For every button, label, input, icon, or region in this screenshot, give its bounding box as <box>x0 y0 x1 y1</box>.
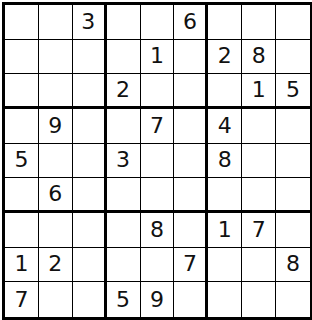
cell-r4c7[interactable]: 4 <box>208 109 242 144</box>
cell-r1c9[interactable] <box>276 5 310 40</box>
cell-r7c1[interactable] <box>5 213 39 248</box>
cell-r7c4[interactable] <box>107 213 141 248</box>
cell-r2c9[interactable] <box>276 40 310 75</box>
cell-r3c7[interactable] <box>208 74 242 109</box>
cell-r9c7[interactable] <box>208 282 242 317</box>
cell-r3c8[interactable]: 1 <box>242 74 276 109</box>
cell-r9c6[interactable] <box>174 282 208 317</box>
cell-r7c7[interactable]: 1 <box>208 213 242 248</box>
cell-r8c4[interactable] <box>107 248 141 283</box>
cell-r9c3[interactable] <box>73 282 107 317</box>
cell-r2c3[interactable] <box>73 40 107 75</box>
cell-r7c3[interactable] <box>73 213 107 248</box>
cell-r4c1[interactable] <box>5 109 39 144</box>
cell-r5c6[interactable] <box>174 144 208 179</box>
cell-r2c7[interactable]: 2 <box>208 40 242 75</box>
cell-r6c1[interactable] <box>5 178 39 213</box>
cell-r6c6[interactable] <box>174 178 208 213</box>
cell-r3c4[interactable]: 2 <box>107 74 141 109</box>
cell-r3c5[interactable] <box>141 74 175 109</box>
cell-r6c3[interactable] <box>73 178 107 213</box>
cell-r7c6[interactable] <box>174 213 208 248</box>
cell-r3c2[interactable] <box>39 74 73 109</box>
cell-r5c5[interactable] <box>141 144 175 179</box>
cell-r7c9[interactable] <box>276 213 310 248</box>
cell-r9c1[interactable]: 7 <box>5 282 39 317</box>
cell-r3c1[interactable] <box>5 74 39 109</box>
cell-r9c9[interactable] <box>276 282 310 317</box>
cell-r5c9[interactable] <box>276 144 310 179</box>
cell-r8c3[interactable] <box>73 248 107 283</box>
cell-r8c8[interactable] <box>242 248 276 283</box>
cell-r6c2[interactable]: 6 <box>39 178 73 213</box>
cell-r1c6[interactable]: 6 <box>174 5 208 40</box>
cell-r4c8[interactable] <box>242 109 276 144</box>
cell-r4c5[interactable]: 7 <box>141 109 175 144</box>
cell-r9c4[interactable]: 5 <box>107 282 141 317</box>
cell-r8c1[interactable]: 1 <box>5 248 39 283</box>
cell-r8c2[interactable]: 2 <box>39 248 73 283</box>
cell-r5c8[interactable] <box>242 144 276 179</box>
sudoku-board: 3612821597453868171278759 <box>2 2 312 320</box>
cell-r9c2[interactable] <box>39 282 73 317</box>
cell-r8c9[interactable]: 8 <box>276 248 310 283</box>
cell-r1c8[interactable] <box>242 5 276 40</box>
cell-r8c6[interactable]: 7 <box>174 248 208 283</box>
cell-r4c4[interactable] <box>107 109 141 144</box>
cell-r9c8[interactable] <box>242 282 276 317</box>
cell-r1c5[interactable] <box>141 5 175 40</box>
cell-r6c8[interactable] <box>242 178 276 213</box>
cell-r6c5[interactable] <box>141 178 175 213</box>
cell-r3c3[interactable] <box>73 74 107 109</box>
cell-r2c1[interactable] <box>5 40 39 75</box>
cell-r1c3[interactable]: 3 <box>73 5 107 40</box>
cell-r5c2[interactable] <box>39 144 73 179</box>
cell-r5c1[interactable]: 5 <box>5 144 39 179</box>
cell-r2c4[interactable] <box>107 40 141 75</box>
cell-r7c8[interactable]: 7 <box>242 213 276 248</box>
cell-r1c2[interactable] <box>39 5 73 40</box>
cell-r6c4[interactable] <box>107 178 141 213</box>
cell-r8c5[interactable] <box>141 248 175 283</box>
cell-r4c2[interactable]: 9 <box>39 109 73 144</box>
cell-r5c3[interactable] <box>73 144 107 179</box>
cell-r7c5[interactable]: 8 <box>141 213 175 248</box>
cell-r7c2[interactable] <box>39 213 73 248</box>
cell-r2c5[interactable]: 1 <box>141 40 175 75</box>
cell-r9c5[interactable]: 9 <box>141 282 175 317</box>
cell-r4c3[interactable] <box>73 109 107 144</box>
cell-r4c9[interactable] <box>276 109 310 144</box>
cell-r2c6[interactable] <box>174 40 208 75</box>
cell-r2c8[interactable]: 8 <box>242 40 276 75</box>
cell-r5c7[interactable]: 8 <box>208 144 242 179</box>
cell-r1c1[interactable] <box>5 5 39 40</box>
cell-r3c9[interactable]: 5 <box>276 74 310 109</box>
cell-r6c7[interactable] <box>208 178 242 213</box>
cell-r2c2[interactable] <box>39 40 73 75</box>
cell-r5c4[interactable]: 3 <box>107 144 141 179</box>
cell-r6c9[interactable] <box>276 178 310 213</box>
cell-r1c7[interactable] <box>208 5 242 40</box>
cell-r3c6[interactable] <box>174 74 208 109</box>
cell-r4c6[interactable] <box>174 109 208 144</box>
cell-r8c7[interactable] <box>208 248 242 283</box>
cell-r1c4[interactable] <box>107 5 141 40</box>
